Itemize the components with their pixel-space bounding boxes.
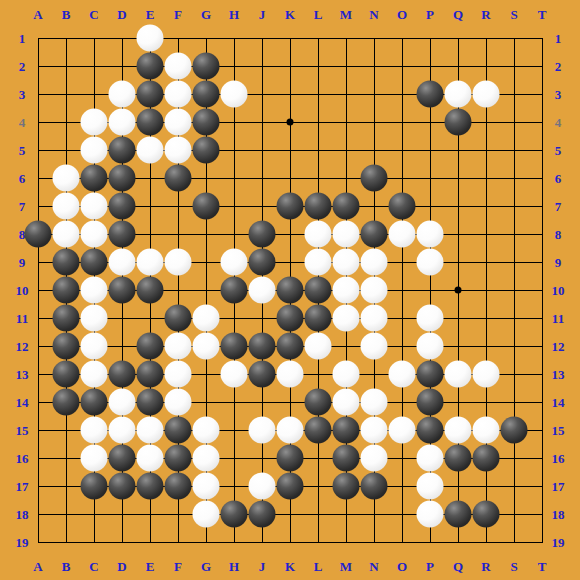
black-stone <box>249 221 276 248</box>
row-label-right: 13 <box>552 368 565 381</box>
white-stone <box>81 445 108 472</box>
white-stone <box>221 361 248 388</box>
black-stone <box>277 445 304 472</box>
black-stone <box>53 333 80 360</box>
white-stone <box>361 333 388 360</box>
white-stone <box>417 305 444 332</box>
black-stone <box>137 81 164 108</box>
row-label-right: 10 <box>552 284 565 297</box>
black-stone <box>193 53 220 80</box>
white-stone <box>417 473 444 500</box>
black-stone <box>165 445 192 472</box>
row-label-left: 4 <box>19 116 26 129</box>
black-stone <box>137 473 164 500</box>
black-stone <box>445 445 472 472</box>
black-stone <box>417 361 444 388</box>
column-label-bottom: M <box>340 560 352 573</box>
white-stone <box>249 417 276 444</box>
column-label-bottom: T <box>538 560 547 573</box>
black-stone <box>193 81 220 108</box>
white-stone <box>305 221 332 248</box>
white-stone <box>81 333 108 360</box>
column-label-top: S <box>510 8 517 21</box>
black-stone <box>53 389 80 416</box>
white-stone <box>277 417 304 444</box>
white-stone <box>333 361 360 388</box>
black-stone <box>249 333 276 360</box>
row-label-left: 12 <box>16 340 29 353</box>
black-stone <box>165 417 192 444</box>
white-stone <box>333 249 360 276</box>
row-label-right: 11 <box>552 312 564 325</box>
row-label-left: 13 <box>16 368 29 381</box>
grid-vline <box>402 38 403 543</box>
row-label-left: 9 <box>19 256 26 269</box>
black-stone <box>53 277 80 304</box>
row-label-left: 7 <box>19 200 26 213</box>
column-label-bottom: R <box>481 560 490 573</box>
black-stone <box>277 473 304 500</box>
column-label-top: J <box>259 8 266 21</box>
black-stone <box>277 305 304 332</box>
black-stone <box>249 361 276 388</box>
column-label-bottom: Q <box>453 560 463 573</box>
column-label-top: O <box>397 8 407 21</box>
white-stone <box>417 249 444 276</box>
row-label-right: 17 <box>552 480 565 493</box>
white-stone <box>389 417 416 444</box>
row-label-right: 19 <box>552 536 565 549</box>
white-stone <box>165 249 192 276</box>
black-stone <box>81 249 108 276</box>
black-stone <box>53 305 80 332</box>
white-stone <box>81 193 108 220</box>
row-label-right: 1 <box>555 32 562 45</box>
white-stone <box>81 277 108 304</box>
white-stone <box>249 277 276 304</box>
black-stone <box>249 249 276 276</box>
white-stone <box>389 361 416 388</box>
white-stone <box>165 137 192 164</box>
row-label-left: 15 <box>16 424 29 437</box>
row-label-left: 10 <box>16 284 29 297</box>
column-label-bottom: H <box>229 560 239 573</box>
black-stone <box>305 193 332 220</box>
white-stone <box>249 473 276 500</box>
black-stone <box>193 193 220 220</box>
row-label-right: 5 <box>555 144 562 157</box>
row-label-left: 17 <box>16 480 29 493</box>
white-stone <box>305 333 332 360</box>
row-label-right: 15 <box>552 424 565 437</box>
column-label-bottom: A <box>33 560 42 573</box>
black-stone <box>417 389 444 416</box>
column-label-bottom: S <box>510 560 517 573</box>
white-stone <box>473 81 500 108</box>
row-label-right: 16 <box>552 452 565 465</box>
white-stone <box>305 249 332 276</box>
black-stone <box>221 277 248 304</box>
column-label-top: M <box>340 8 352 21</box>
black-stone <box>277 333 304 360</box>
row-label-left: 18 <box>16 508 29 521</box>
column-label-top: H <box>229 8 239 21</box>
black-stone <box>165 305 192 332</box>
go-board[interactable]: AABBCCDDEEFFGGHHJJKKLLMMNNOOPPQQRRSSTT11… <box>0 0 580 580</box>
black-stone <box>473 445 500 472</box>
white-stone <box>193 473 220 500</box>
black-stone <box>109 277 136 304</box>
white-stone <box>109 417 136 444</box>
black-stone <box>389 193 416 220</box>
white-stone <box>81 109 108 136</box>
white-stone <box>81 417 108 444</box>
white-stone <box>165 389 192 416</box>
black-stone <box>501 417 528 444</box>
white-stone <box>137 25 164 52</box>
column-label-top: E <box>146 8 155 21</box>
white-stone <box>361 305 388 332</box>
column-label-top: N <box>369 8 378 21</box>
column-label-bottom: E <box>146 560 155 573</box>
black-stone <box>361 473 388 500</box>
black-stone <box>305 277 332 304</box>
row-label-right: 8 <box>555 228 562 241</box>
black-stone <box>137 389 164 416</box>
black-stone <box>109 473 136 500</box>
black-stone <box>165 473 192 500</box>
black-stone <box>109 221 136 248</box>
white-stone <box>193 305 220 332</box>
white-stone <box>361 417 388 444</box>
row-label-left: 11 <box>16 312 28 325</box>
column-label-top: A <box>33 8 42 21</box>
black-stone <box>109 193 136 220</box>
white-stone <box>221 81 248 108</box>
white-stone <box>333 277 360 304</box>
column-label-top: R <box>481 8 490 21</box>
black-stone <box>221 333 248 360</box>
black-stone <box>333 473 360 500</box>
white-stone <box>137 137 164 164</box>
black-stone <box>137 333 164 360</box>
white-stone <box>53 193 80 220</box>
row-label-left: 16 <box>16 452 29 465</box>
column-label-bottom: L <box>314 560 323 573</box>
black-stone <box>333 445 360 472</box>
column-label-top: B <box>62 8 71 21</box>
star-point <box>287 119 294 126</box>
row-label-right: 12 <box>552 340 565 353</box>
row-label-right: 18 <box>552 508 565 521</box>
white-stone <box>445 417 472 444</box>
row-label-right: 14 <box>552 396 565 409</box>
black-stone <box>305 389 332 416</box>
row-label-left: 19 <box>16 536 29 549</box>
black-stone <box>473 501 500 528</box>
black-stone <box>249 501 276 528</box>
black-stone <box>361 165 388 192</box>
column-label-bottom: O <box>397 560 407 573</box>
column-label-bottom: F <box>174 560 182 573</box>
black-stone <box>193 109 220 136</box>
white-stone <box>81 137 108 164</box>
row-label-right: 9 <box>555 256 562 269</box>
white-stone <box>53 221 80 248</box>
black-stone <box>81 165 108 192</box>
black-stone <box>445 109 472 136</box>
black-stone <box>221 501 248 528</box>
row-label-left: 5 <box>19 144 26 157</box>
column-label-top: G <box>201 8 211 21</box>
row-label-right: 7 <box>555 200 562 213</box>
white-stone <box>445 81 472 108</box>
black-stone <box>277 277 304 304</box>
white-stone <box>417 445 444 472</box>
white-stone <box>165 361 192 388</box>
grid-vline <box>514 38 515 543</box>
black-stone <box>165 165 192 192</box>
star-point <box>455 287 462 294</box>
row-label-right: 6 <box>555 172 562 185</box>
black-stone <box>417 81 444 108</box>
white-stone <box>109 249 136 276</box>
white-stone <box>137 249 164 276</box>
white-stone <box>165 333 192 360</box>
white-stone <box>361 249 388 276</box>
row-label-left: 6 <box>19 172 26 185</box>
black-stone <box>109 137 136 164</box>
black-stone <box>137 361 164 388</box>
row-label-right: 4 <box>555 116 562 129</box>
black-stone <box>361 221 388 248</box>
white-stone <box>361 389 388 416</box>
white-stone <box>473 361 500 388</box>
black-stone <box>109 361 136 388</box>
black-stone <box>333 417 360 444</box>
white-stone <box>137 417 164 444</box>
white-stone <box>445 361 472 388</box>
white-stone <box>333 305 360 332</box>
white-stone <box>165 53 192 80</box>
white-stone <box>417 333 444 360</box>
white-stone <box>193 501 220 528</box>
black-stone <box>137 53 164 80</box>
white-stone <box>473 417 500 444</box>
black-stone <box>109 445 136 472</box>
column-label-top: C <box>89 8 98 21</box>
column-label-bottom: K <box>285 560 295 573</box>
white-stone <box>333 389 360 416</box>
column-label-bottom: G <box>201 560 211 573</box>
white-stone <box>165 109 192 136</box>
row-label-right: 3 <box>555 88 562 101</box>
black-stone <box>109 165 136 192</box>
white-stone <box>193 417 220 444</box>
column-label-top: K <box>285 8 295 21</box>
column-label-top: D <box>117 8 126 21</box>
row-label-left: 2 <box>19 60 26 73</box>
white-stone <box>221 249 248 276</box>
white-stone <box>137 445 164 472</box>
black-stone <box>193 137 220 164</box>
column-label-bottom: D <box>117 560 126 573</box>
row-label-left: 14 <box>16 396 29 409</box>
column-label-top: L <box>314 8 323 21</box>
black-stone <box>53 361 80 388</box>
black-stone <box>137 109 164 136</box>
column-label-top: T <box>538 8 547 21</box>
black-stone <box>137 277 164 304</box>
column-label-top: P <box>426 8 434 21</box>
white-stone <box>361 445 388 472</box>
black-stone <box>305 417 332 444</box>
black-stone <box>81 389 108 416</box>
column-label-bottom: P <box>426 560 434 573</box>
row-label-right: 2 <box>555 60 562 73</box>
row-label-left: 1 <box>19 32 26 45</box>
white-stone <box>81 361 108 388</box>
white-stone <box>361 277 388 304</box>
black-stone <box>333 193 360 220</box>
grid-vline <box>542 38 543 543</box>
white-stone <box>165 81 192 108</box>
white-stone <box>277 361 304 388</box>
white-stone <box>417 221 444 248</box>
black-stone <box>53 249 80 276</box>
white-stone <box>193 445 220 472</box>
black-stone <box>277 193 304 220</box>
black-stone <box>81 473 108 500</box>
column-label-bottom: N <box>369 560 378 573</box>
grid-hline <box>38 542 543 543</box>
white-stone <box>417 501 444 528</box>
black-stone <box>305 305 332 332</box>
column-label-top: Q <box>453 8 463 21</box>
black-stone <box>417 417 444 444</box>
column-label-bottom: C <box>89 560 98 573</box>
white-stone <box>333 221 360 248</box>
white-stone <box>81 221 108 248</box>
white-stone <box>193 333 220 360</box>
white-stone <box>109 389 136 416</box>
column-label-bottom: J <box>259 560 266 573</box>
black-stone <box>445 501 472 528</box>
white-stone <box>53 165 80 192</box>
white-stone <box>389 221 416 248</box>
white-stone <box>109 109 136 136</box>
white-stone <box>109 81 136 108</box>
column-label-bottom: B <box>62 560 71 573</box>
column-label-top: F <box>174 8 182 21</box>
white-stone <box>81 305 108 332</box>
row-label-left: 3 <box>19 88 26 101</box>
black-stone <box>25 221 52 248</box>
